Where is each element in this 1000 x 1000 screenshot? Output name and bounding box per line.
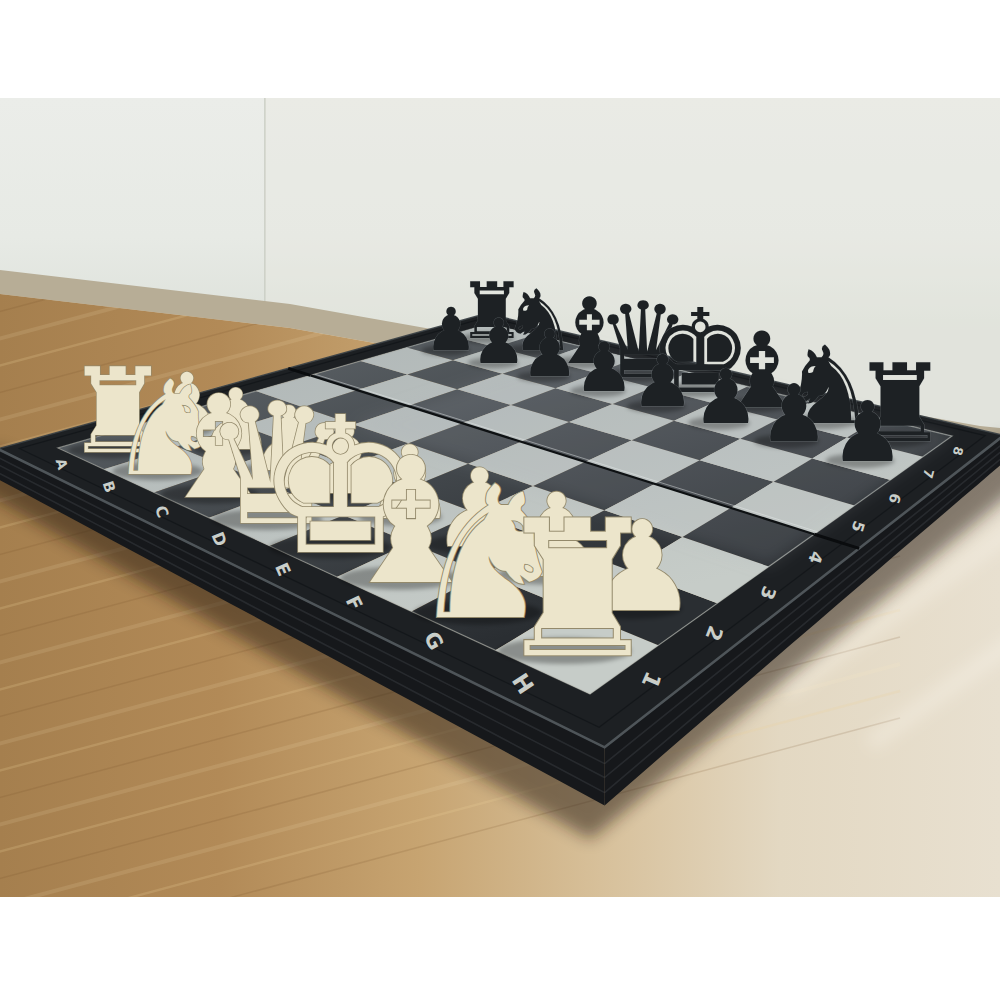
piece-black-pawn-c7: ♟ [521,316,579,391]
piece-black-pawn-g7: ♟ [758,367,829,460]
piece-black-pawn-d7: ♟ [574,328,635,407]
piece-black-pawn-b7: ♟ [471,305,527,378]
piece-black-pawn-a7: ♟ [425,295,478,364]
photo-letterbox-top [0,0,1000,98]
piece-white-rook-h1: ♜ [493,480,662,700]
piece-black-pawn-e7: ♟ [631,340,695,423]
chess-photo: ABCDEFGH12345678♜♞♟♝♟♛♟♚♟♝♟♞♟♟♜♟♟♜♟♟♞♟♝♟… [0,0,1000,1000]
chess-board-scene: ABCDEFGH12345678♜♞♟♝♟♛♟♚♟♝♟♞♟♟♜♟♟♜♟♟♞♟♝♟… [0,0,1000,1000]
photo-letterbox-bottom [0,897,1000,1000]
piece-black-pawn-f7: ♟ [692,353,759,441]
piece-black-pawn-h7: ♟ [830,383,905,481]
